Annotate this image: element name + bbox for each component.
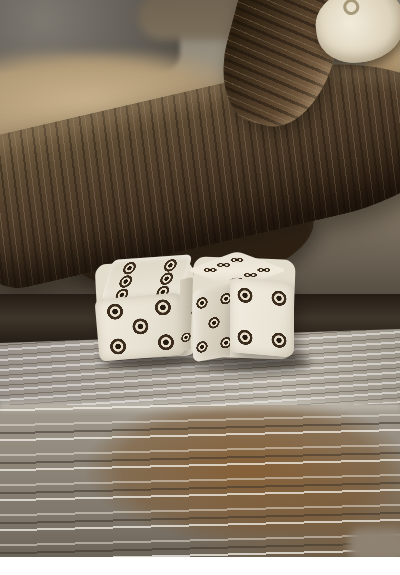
left-die-front-face — [94, 292, 185, 361]
right-die-front-right-face — [230, 278, 294, 358]
pip — [117, 274, 134, 288]
pip — [196, 296, 208, 310]
photo-scene — [0, 0, 400, 575]
pip — [156, 333, 174, 351]
pip — [208, 316, 220, 330]
left-die-top-face — [101, 254, 193, 300]
pip — [108, 337, 126, 355]
right-die-front-left-face — [193, 284, 230, 363]
pip — [196, 340, 208, 354]
pip — [271, 289, 287, 306]
pip — [271, 332, 287, 349]
pip — [121, 261, 138, 275]
pip — [105, 303, 123, 321]
bone-ring-mark — [342, 0, 360, 16]
pip — [153, 298, 171, 316]
right-die — [186, 250, 302, 366]
bench-front-face — [0, 405, 400, 557]
pip — [131, 318, 149, 336]
pip — [237, 286, 253, 303]
pip — [237, 329, 253, 346]
pip — [162, 258, 179, 272]
bottom-white-border — [0, 557, 400, 575]
pip — [158, 272, 175, 286]
bench-edge-highlight — [0, 398, 400, 414]
